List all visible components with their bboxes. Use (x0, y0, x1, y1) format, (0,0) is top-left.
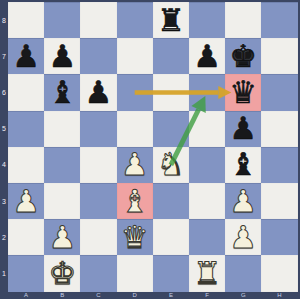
square-c6[interactable]: ♟ (80, 74, 116, 110)
square-h5[interactable] (261, 111, 297, 147)
piece-black-pawn[interactable]: ♟ (193, 41, 221, 72)
piece-black-bishop[interactable]: ♝ (48, 77, 76, 108)
square-h6[interactable] (261, 74, 297, 110)
piece-white-queen[interactable]: ♛ (121, 222, 149, 253)
piece-black-queen[interactable]: ♛ (229, 77, 257, 108)
piece-white-pawn[interactable]: ♟ (48, 222, 76, 253)
square-f8[interactable] (189, 2, 225, 38)
square-a5[interactable] (8, 111, 44, 147)
square-f6[interactable] (189, 74, 225, 110)
square-e5[interactable] (153, 111, 189, 147)
square-g4[interactable]: ♝ (225, 147, 261, 183)
square-b6[interactable]: ♝ (44, 74, 80, 110)
square-b4[interactable] (44, 147, 80, 183)
rank-label-2: 2 (0, 219, 8, 255)
file-label-a: A (8, 292, 44, 299)
square-e6[interactable] (153, 74, 189, 110)
file-label-e: E (153, 292, 189, 299)
rank-label-4: 4 (0, 147, 8, 183)
square-e7[interactable] (153, 38, 189, 74)
square-b5[interactable] (44, 111, 80, 147)
square-b8[interactable] (44, 2, 80, 38)
square-d2[interactable]: ♛ (117, 219, 153, 255)
piece-white-pawn[interactable]: ♟ (12, 186, 40, 217)
piece-white-rook[interactable]: ♜ (193, 258, 221, 289)
square-h2[interactable] (261, 219, 297, 255)
square-f1[interactable]: ♜ (189, 255, 225, 291)
file-label-h: H (261, 292, 297, 299)
square-b3[interactable] (44, 183, 80, 219)
square-b1[interactable]: ♚ (44, 255, 80, 291)
piece-white-pawn[interactable]: ♟ (229, 186, 257, 217)
rank-label-5: 5 (0, 111, 8, 147)
rank-label-6: 6 (0, 74, 8, 110)
square-h4[interactable] (261, 147, 297, 183)
piece-white-pawn[interactable]: ♟ (229, 222, 257, 253)
square-g6[interactable]: ♛ (225, 74, 261, 110)
square-h3[interactable] (261, 183, 297, 219)
square-g7[interactable]: ♚ (225, 38, 261, 74)
piece-black-bishop[interactable]: ♝ (229, 149, 257, 180)
piece-white-bishop[interactable]: ♝ (121, 186, 149, 217)
square-e3[interactable] (153, 183, 189, 219)
square-h8[interactable] (261, 2, 297, 38)
square-d4[interactable]: ♟ (117, 147, 153, 183)
square-g8[interactable] (225, 2, 261, 38)
piece-black-rook[interactable]: ♜ (157, 5, 185, 36)
file-label-f: F (189, 292, 225, 299)
square-f2[interactable] (189, 219, 225, 255)
square-c2[interactable] (80, 219, 116, 255)
square-f4[interactable] (189, 147, 225, 183)
square-h1[interactable] (261, 255, 297, 291)
rank-label-1: 1 (0, 255, 8, 291)
square-g5[interactable]: ♟ (225, 111, 261, 147)
square-c1[interactable] (80, 255, 116, 291)
square-a6[interactable] (8, 74, 44, 110)
square-h7[interactable] (261, 38, 297, 74)
square-f5[interactable] (189, 111, 225, 147)
square-c4[interactable] (80, 147, 116, 183)
square-d1[interactable] (117, 255, 153, 291)
piece-white-pawn[interactable]: ♟ (121, 149, 149, 180)
square-c3[interactable] (80, 183, 116, 219)
square-f3[interactable] (189, 183, 225, 219)
file-label-c: C (80, 292, 116, 299)
square-c8[interactable] (80, 2, 116, 38)
square-f7[interactable]: ♟ (189, 38, 225, 74)
rank-label-7: 7 (0, 38, 8, 74)
square-d7[interactable] (117, 38, 153, 74)
square-a1[interactable] (8, 255, 44, 291)
piece-black-pawn[interactable]: ♟ (85, 77, 113, 108)
square-a3[interactable]: ♟ (8, 183, 44, 219)
square-d8[interactable] (117, 2, 153, 38)
rank-label-3: 3 (0, 183, 8, 219)
square-a2[interactable] (8, 219, 44, 255)
piece-white-knight[interactable]: ♞ (157, 149, 185, 180)
square-e1[interactable] (153, 255, 189, 291)
square-g3[interactable]: ♟ (225, 183, 261, 219)
piece-black-pawn[interactable]: ♟ (229, 113, 257, 144)
file-label-g: G (225, 292, 261, 299)
square-b2[interactable]: ♟ (44, 219, 80, 255)
square-a4[interactable] (8, 147, 44, 183)
square-g2[interactable]: ♟ (225, 219, 261, 255)
square-e4[interactable]: ♞ (153, 147, 189, 183)
chess-board-widget: ♜♟♟♟♚♝♟♛♟♟♞♝♟♝♟♟♛♟♚♜ 87654321 ABCDEFGH (0, 0, 300, 299)
piece-black-pawn[interactable]: ♟ (12, 41, 40, 72)
file-label-d: D (117, 292, 153, 299)
chess-board: ♜♟♟♟♚♝♟♛♟♟♞♝♟♝♟♟♛♟♚♜ (8, 2, 298, 292)
square-e8[interactable]: ♜ (153, 2, 189, 38)
square-c5[interactable] (80, 111, 116, 147)
piece-black-king[interactable]: ♚ (229, 41, 257, 72)
square-d3[interactable]: ♝ (117, 183, 153, 219)
rank-label-8: 8 (0, 2, 8, 38)
square-a7[interactable]: ♟ (8, 38, 44, 74)
square-c7[interactable] (80, 38, 116, 74)
square-a8[interactable] (8, 2, 44, 38)
piece-white-king[interactable]: ♚ (48, 258, 76, 289)
square-b7[interactable]: ♟ (44, 38, 80, 74)
square-e2[interactable] (153, 219, 189, 255)
piece-black-pawn[interactable]: ♟ (48, 41, 76, 72)
square-d5[interactable] (117, 111, 153, 147)
square-g1[interactable] (225, 255, 261, 291)
file-label-b: B (44, 292, 80, 299)
square-d6[interactable] (117, 74, 153, 110)
